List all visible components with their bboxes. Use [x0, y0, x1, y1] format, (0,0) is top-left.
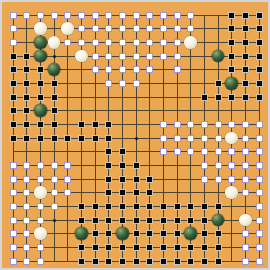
board-intersection[interactable] [252, 172, 266, 186]
board-intersection[interactable] [238, 199, 252, 213]
board-intersection[interactable] [102, 76, 116, 90]
board-intersection[interactable] [184, 35, 198, 49]
board-intersection[interactable] [102, 172, 116, 186]
board-intersection[interactable] [88, 186, 102, 200]
board-intersection[interactable] [115, 145, 129, 159]
board-intersection[interactable] [184, 158, 198, 172]
board-intersection[interactable] [74, 35, 88, 49]
board-intersection[interactable] [102, 158, 116, 172]
board-intersection[interactable] [88, 145, 102, 159]
board-intersection[interactable] [88, 213, 102, 227]
board-intersection[interactable] [129, 254, 143, 268]
board-intersection[interactable] [115, 22, 129, 36]
board-intersection[interactable] [47, 90, 61, 104]
board-intersection[interactable] [184, 213, 198, 227]
board-intersection[interactable] [170, 49, 184, 63]
board-intersection[interactable] [143, 186, 157, 200]
board-intersection[interactable] [47, 145, 61, 159]
board-intersection[interactable] [156, 213, 170, 227]
board-intersection[interactable] [238, 158, 252, 172]
board-intersection[interactable] [102, 8, 116, 22]
board-intersection[interactable] [184, 254, 198, 268]
board-intersection[interactable] [102, 199, 116, 213]
board-intersection[interactable] [115, 8, 129, 22]
board-intersection[interactable] [129, 117, 143, 131]
board-intersection[interactable] [47, 104, 61, 118]
board-intersection[interactable] [197, 63, 211, 77]
board-intersection[interactable] [170, 131, 184, 145]
board-intersection[interactable] [225, 8, 239, 22]
board-intersection[interactable] [20, 158, 34, 172]
board-intersection[interactable] [225, 63, 239, 77]
board-intersection[interactable] [88, 22, 102, 36]
board-intersection[interactable] [252, 227, 266, 241]
board-intersection[interactable] [143, 199, 157, 213]
board-intersection[interactable] [88, 240, 102, 254]
board-intersection[interactable] [88, 131, 102, 145]
board-intersection[interactable] [88, 90, 102, 104]
board-intersection[interactable] [47, 213, 61, 227]
board-intersection[interactable] [61, 213, 75, 227]
board-intersection[interactable] [184, 63, 198, 77]
board-intersection[interactable] [170, 186, 184, 200]
board-intersection[interactable] [74, 63, 88, 77]
board-intersection[interactable] [184, 22, 198, 36]
board-intersection[interactable] [61, 199, 75, 213]
board-intersection[interactable] [197, 186, 211, 200]
board-intersection[interactable] [102, 104, 116, 118]
board-intersection[interactable] [143, 35, 157, 49]
board-intersection[interactable] [184, 90, 198, 104]
board-intersection[interactable] [102, 49, 116, 63]
board-intersection[interactable] [20, 117, 34, 131]
board-intersection[interactable] [211, 63, 225, 77]
board-intersection[interactable] [252, 158, 266, 172]
board-intersection[interactable] [156, 240, 170, 254]
board-intersection[interactable] [197, 145, 211, 159]
board-intersection[interactable] [33, 22, 47, 36]
board-intersection[interactable] [33, 158, 47, 172]
board-intersection[interactable] [20, 199, 34, 213]
board-intersection[interactable] [170, 227, 184, 241]
board-intersection[interactable] [211, 240, 225, 254]
board-intersection[interactable] [33, 104, 47, 118]
board-intersection[interactable] [33, 213, 47, 227]
board-intersection[interactable] [33, 254, 47, 268]
board-intersection[interactable] [184, 117, 198, 131]
board-intersection[interactable] [129, 131, 143, 145]
board-intersection[interactable] [61, 227, 75, 241]
board-intersection[interactable] [6, 145, 20, 159]
board-intersection[interactable] [115, 35, 129, 49]
board-intersection[interactable] [170, 22, 184, 36]
board-intersection[interactable] [61, 158, 75, 172]
board-intersection[interactable] [143, 117, 157, 131]
board-intersection[interactable] [238, 90, 252, 104]
board-intersection[interactable] [143, 22, 157, 36]
board-intersection[interactable] [238, 186, 252, 200]
board-intersection[interactable] [115, 213, 129, 227]
board-intersection[interactable] [197, 90, 211, 104]
board-intersection[interactable] [197, 76, 211, 90]
board-intersection[interactable] [33, 117, 47, 131]
board-intersection[interactable] [238, 227, 252, 241]
board-intersection[interactable] [6, 227, 20, 241]
board-intersection[interactable] [74, 104, 88, 118]
board-intersection[interactable] [211, 104, 225, 118]
board-intersection[interactable] [238, 172, 252, 186]
board-intersection[interactable] [211, 199, 225, 213]
board-intersection[interactable] [6, 240, 20, 254]
board-intersection[interactable] [74, 145, 88, 159]
board-intersection[interactable] [74, 117, 88, 131]
board-intersection[interactable] [129, 22, 143, 36]
board-intersection[interactable] [74, 240, 88, 254]
board-intersection[interactable] [115, 76, 129, 90]
board-intersection[interactable] [33, 227, 47, 241]
board-intersection[interactable] [20, 49, 34, 63]
board-intersection[interactable] [238, 8, 252, 22]
board-intersection[interactable] [115, 131, 129, 145]
board-intersection[interactable] [184, 104, 198, 118]
board-intersection[interactable] [225, 199, 239, 213]
board-intersection[interactable] [170, 145, 184, 159]
board-intersection[interactable] [20, 240, 34, 254]
board-intersection[interactable] [238, 63, 252, 77]
board-intersection[interactable] [143, 76, 157, 90]
board-intersection[interactable] [20, 104, 34, 118]
board-intersection[interactable] [184, 240, 198, 254]
board-intersection[interactable] [61, 145, 75, 159]
board-intersection[interactable] [115, 63, 129, 77]
board-intersection[interactable] [6, 158, 20, 172]
board-intersection[interactable] [211, 49, 225, 63]
board-intersection[interactable] [143, 63, 157, 77]
board-intersection[interactable] [20, 213, 34, 227]
board-intersection[interactable] [33, 63, 47, 77]
board-intersection[interactable] [156, 22, 170, 36]
board-intersection[interactable] [156, 76, 170, 90]
board-intersection[interactable] [143, 104, 157, 118]
board-intersection[interactable] [211, 35, 225, 49]
board-intersection[interactable] [252, 35, 266, 49]
board-intersection[interactable] [197, 158, 211, 172]
board-intersection[interactable] [184, 227, 198, 241]
board-intersection[interactable] [252, 49, 266, 63]
board-intersection[interactable] [252, 254, 266, 268]
board-intersection[interactable] [225, 90, 239, 104]
board-intersection[interactable] [252, 76, 266, 90]
board-intersection[interactable] [170, 76, 184, 90]
board-intersection[interactable] [61, 186, 75, 200]
board-intersection[interactable] [20, 172, 34, 186]
board-intersection[interactable] [102, 145, 116, 159]
board-intersection[interactable] [197, 22, 211, 36]
board-intersection[interactable] [211, 186, 225, 200]
board-intersection[interactable] [74, 254, 88, 268]
board-intersection[interactable] [33, 49, 47, 63]
board-intersection[interactable] [143, 213, 157, 227]
board-intersection[interactable] [74, 131, 88, 145]
board-intersection[interactable] [33, 186, 47, 200]
board-intersection[interactable] [88, 254, 102, 268]
board-intersection[interactable] [6, 199, 20, 213]
board-intersection[interactable] [211, 22, 225, 36]
board-intersection[interactable] [170, 117, 184, 131]
board-intersection[interactable] [238, 35, 252, 49]
board-intersection[interactable] [197, 49, 211, 63]
board-intersection[interactable] [184, 76, 198, 90]
board-intersection[interactable] [184, 49, 198, 63]
board-intersection[interactable] [74, 8, 88, 22]
board-intersection[interactable] [102, 186, 116, 200]
board-intersection[interactable] [74, 199, 88, 213]
board-intersection[interactable] [170, 254, 184, 268]
board-intersection[interactable] [88, 172, 102, 186]
board-intersection[interactable] [61, 240, 75, 254]
board-intersection[interactable] [20, 186, 34, 200]
board-intersection[interactable] [143, 145, 157, 159]
board-intersection[interactable] [61, 35, 75, 49]
board-intersection[interactable] [156, 8, 170, 22]
board-intersection[interactable] [102, 213, 116, 227]
board-intersection[interactable] [33, 35, 47, 49]
board-intersection[interactable] [115, 186, 129, 200]
board-intersection[interactable] [74, 76, 88, 90]
board-intersection[interactable] [238, 254, 252, 268]
board-intersection[interactable] [156, 227, 170, 241]
board-intersection[interactable] [47, 186, 61, 200]
board-intersection[interactable] [115, 240, 129, 254]
board-intersection[interactable] [47, 49, 61, 63]
board-intersection[interactable] [211, 172, 225, 186]
board-intersection[interactable] [88, 49, 102, 63]
board-intersection[interactable] [170, 63, 184, 77]
board-intersection[interactable] [211, 8, 225, 22]
board-intersection[interactable] [156, 90, 170, 104]
board-intersection[interactable] [143, 158, 157, 172]
board-intersection[interactable] [6, 90, 20, 104]
board-intersection[interactable] [61, 8, 75, 22]
board-intersection[interactable] [211, 213, 225, 227]
board-intersection[interactable] [225, 117, 239, 131]
board-intersection[interactable] [225, 35, 239, 49]
board-intersection[interactable] [129, 90, 143, 104]
board-intersection[interactable] [88, 117, 102, 131]
board-intersection[interactable] [184, 145, 198, 159]
board-intersection[interactable] [184, 199, 198, 213]
board-intersection[interactable] [47, 227, 61, 241]
board-intersection[interactable] [129, 213, 143, 227]
board-intersection[interactable] [252, 104, 266, 118]
board-intersection[interactable] [238, 213, 252, 227]
board-intersection[interactable] [129, 63, 143, 77]
board-intersection[interactable] [115, 49, 129, 63]
board-intersection[interactable] [6, 254, 20, 268]
board-intersection[interactable] [197, 117, 211, 131]
board-intersection[interactable] [102, 90, 116, 104]
board-intersection[interactable] [115, 158, 129, 172]
board-intersection[interactable] [88, 104, 102, 118]
board-intersection[interactable] [88, 227, 102, 241]
board-intersection[interactable] [238, 117, 252, 131]
board-intersection[interactable] [102, 240, 116, 254]
board-intersection[interactable] [129, 145, 143, 159]
board-intersection[interactable] [129, 199, 143, 213]
board-intersection[interactable] [88, 199, 102, 213]
board-intersection[interactable] [143, 240, 157, 254]
board-intersection[interactable] [129, 240, 143, 254]
board-intersection[interactable] [129, 172, 143, 186]
board-intersection[interactable] [61, 49, 75, 63]
board-intersection[interactable] [156, 158, 170, 172]
board-intersection[interactable] [225, 227, 239, 241]
board-intersection[interactable] [6, 104, 20, 118]
board-intersection[interactable] [20, 131, 34, 145]
board-intersection[interactable] [61, 254, 75, 268]
board-intersection[interactable] [61, 104, 75, 118]
board-intersection[interactable] [6, 172, 20, 186]
board-intersection[interactable] [102, 227, 116, 241]
board-intersection[interactable] [143, 49, 157, 63]
board-intersection[interactable] [197, 172, 211, 186]
board-intersection[interactable] [20, 76, 34, 90]
board-intersection[interactable] [252, 22, 266, 36]
board-intersection[interactable] [156, 117, 170, 131]
board-intersection[interactable] [6, 63, 20, 77]
board-intersection[interactable] [129, 186, 143, 200]
board-intersection[interactable] [61, 131, 75, 145]
board-intersection[interactable] [211, 131, 225, 145]
board-intersection[interactable] [102, 63, 116, 77]
board-intersection[interactable] [238, 145, 252, 159]
board-intersection[interactable] [47, 240, 61, 254]
board-intersection[interactable] [33, 90, 47, 104]
board-intersection[interactable] [115, 90, 129, 104]
board-intersection[interactable] [33, 145, 47, 159]
board-intersection[interactable] [211, 145, 225, 159]
board-intersection[interactable] [184, 8, 198, 22]
board-intersection[interactable] [102, 131, 116, 145]
board-intersection[interactable] [225, 145, 239, 159]
board-intersection[interactable] [238, 49, 252, 63]
board-intersection[interactable] [225, 186, 239, 200]
board-intersection[interactable] [225, 254, 239, 268]
board-intersection[interactable] [252, 8, 266, 22]
board-intersection[interactable] [156, 35, 170, 49]
board-intersection[interactable] [47, 158, 61, 172]
board-intersection[interactable] [6, 49, 20, 63]
board-intersection[interactable] [156, 63, 170, 77]
board-intersection[interactable] [61, 76, 75, 90]
board-intersection[interactable] [88, 35, 102, 49]
board-intersection[interactable] [252, 199, 266, 213]
board-intersection[interactable] [74, 22, 88, 36]
board-intersection[interactable] [74, 213, 88, 227]
board-intersection[interactable] [6, 186, 20, 200]
board-intersection[interactable] [225, 76, 239, 90]
board-intersection[interactable] [252, 145, 266, 159]
board-intersection[interactable] [197, 240, 211, 254]
board-intersection[interactable] [170, 8, 184, 22]
board-intersection[interactable] [225, 49, 239, 63]
board-intersection[interactable] [184, 172, 198, 186]
board-intersection[interactable] [197, 199, 211, 213]
board-intersection[interactable] [88, 158, 102, 172]
board-intersection[interactable] [20, 227, 34, 241]
board-intersection[interactable] [238, 240, 252, 254]
board-intersection[interactable] [156, 104, 170, 118]
board-intersection[interactable] [20, 35, 34, 49]
board-intersection[interactable] [61, 22, 75, 36]
board-intersection[interactable] [238, 76, 252, 90]
board-intersection[interactable] [225, 104, 239, 118]
board-intersection[interactable] [143, 172, 157, 186]
board-intersection[interactable] [225, 213, 239, 227]
board-intersection[interactable] [33, 8, 47, 22]
board-intersection[interactable] [33, 76, 47, 90]
board-intersection[interactable] [211, 254, 225, 268]
board-intersection[interactable] [33, 131, 47, 145]
board-intersection[interactable] [47, 22, 61, 36]
board-intersection[interactable] [143, 90, 157, 104]
board-intersection[interactable] [47, 199, 61, 213]
board-intersection[interactable] [20, 8, 34, 22]
board-intersection[interactable] [252, 213, 266, 227]
board-intersection[interactable] [115, 227, 129, 241]
board-intersection[interactable] [252, 131, 266, 145]
board-intersection[interactable] [33, 199, 47, 213]
board-intersection[interactable] [47, 35, 61, 49]
board-intersection[interactable] [47, 254, 61, 268]
board-intersection[interactable] [115, 172, 129, 186]
board-intersection[interactable] [252, 186, 266, 200]
board-intersection[interactable] [115, 199, 129, 213]
board-intersection[interactable] [156, 131, 170, 145]
board-intersection[interactable] [102, 35, 116, 49]
board-intersection[interactable] [211, 117, 225, 131]
board-intersection[interactable] [156, 145, 170, 159]
board-intersection[interactable] [225, 131, 239, 145]
board-intersection[interactable] [6, 76, 20, 90]
board-intersection[interactable] [143, 131, 157, 145]
board-intersection[interactable] [211, 158, 225, 172]
board-intersection[interactable] [6, 35, 20, 49]
board-intersection[interactable] [156, 199, 170, 213]
board-intersection[interactable] [20, 63, 34, 77]
board-intersection[interactable] [20, 22, 34, 36]
board-intersection[interactable] [197, 131, 211, 145]
board-intersection[interactable] [197, 35, 211, 49]
board-intersection[interactable] [170, 90, 184, 104]
board-intersection[interactable] [184, 131, 198, 145]
board-intersection[interactable] [129, 49, 143, 63]
board-intersection[interactable] [47, 172, 61, 186]
board-intersection[interactable] [156, 49, 170, 63]
board-intersection[interactable] [252, 117, 266, 131]
board-intersection[interactable] [170, 213, 184, 227]
board-intersection[interactable] [61, 172, 75, 186]
board-intersection[interactable] [197, 8, 211, 22]
board-intersection[interactable] [129, 76, 143, 90]
board-intersection[interactable] [74, 186, 88, 200]
board-intersection[interactable] [47, 117, 61, 131]
board-intersection[interactable] [252, 90, 266, 104]
board-intersection[interactable] [197, 227, 211, 241]
board-intersection[interactable] [156, 254, 170, 268]
board-intersection[interactable] [238, 104, 252, 118]
board-intersection[interactable] [252, 63, 266, 77]
